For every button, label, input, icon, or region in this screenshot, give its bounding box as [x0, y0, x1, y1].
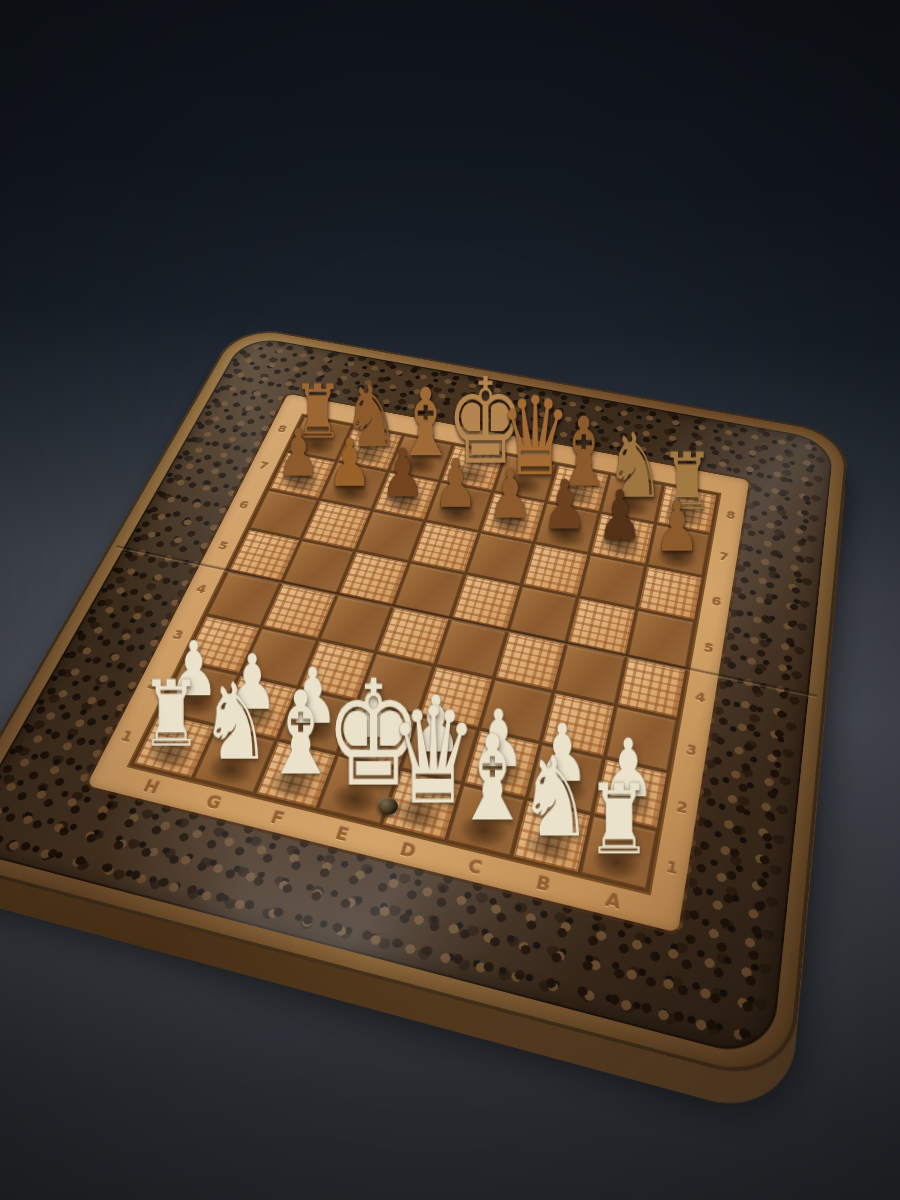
perspective-wrapper: 87654321 87654321 HGFEDCBA ♜♞♝♚♛♝♞♜♟♟♟♟♟… [0, 0, 900, 1200]
square-b1: ♞ [513, 800, 589, 872]
piece-white-knight-g1: ♞ [201, 675, 258, 773]
piece-white-bishop-c1: ♝ [453, 725, 512, 834]
piece-white-knight-b1: ♞ [519, 748, 579, 850]
piece-white-queen-d1: ♛ [388, 694, 447, 818]
piece-white-rook-h1: ♜ [140, 673, 197, 758]
piece-white-bishop-f1: ♝ [262, 681, 319, 787]
chess-box-lid: 87654321 87654321 HGFEDCBA ♜♞♝♚♛♝♞♜♟♟♟♟♟… [0, 325, 850, 1089]
piece-white-rook-a1: ♜ [586, 776, 646, 866]
square-d4 [436, 619, 506, 676]
piece-white-king-e1: ♚ [325, 667, 383, 802]
product-photo-scene: 87654321 87654321 HGFEDCBA ♜♞♝♚♛♝♞♜♟♟♟♟♟… [0, 0, 900, 1200]
box-clasp [378, 797, 398, 815]
